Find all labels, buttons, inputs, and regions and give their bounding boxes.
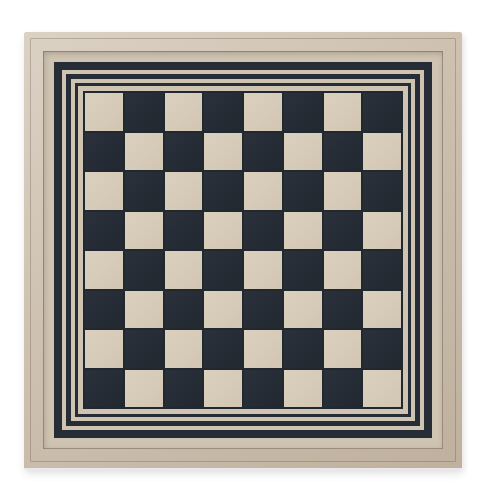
square-c6[interactable] xyxy=(165,172,203,210)
square-a2[interactable] xyxy=(85,330,123,368)
square-b4[interactable] xyxy=(125,251,163,289)
square-e3[interactable] xyxy=(244,291,282,329)
square-f3[interactable] xyxy=(284,291,322,329)
square-f5[interactable] xyxy=(284,212,322,250)
square-a3[interactable] xyxy=(85,291,123,329)
square-c3[interactable] xyxy=(165,291,203,329)
square-f4[interactable] xyxy=(284,251,322,289)
square-e7[interactable] xyxy=(244,133,282,171)
square-a1[interactable] xyxy=(85,370,123,408)
square-h6[interactable] xyxy=(363,172,401,210)
square-d5[interactable] xyxy=(204,212,242,250)
square-e1[interactable] xyxy=(244,370,282,408)
square-g4[interactable] xyxy=(324,251,362,289)
square-g1[interactable] xyxy=(324,370,362,408)
square-f1[interactable] xyxy=(284,370,322,408)
square-f2[interactable] xyxy=(284,330,322,368)
square-c5[interactable] xyxy=(165,212,203,250)
square-d7[interactable] xyxy=(204,133,242,171)
square-b7[interactable] xyxy=(125,133,163,171)
square-d1[interactable] xyxy=(204,370,242,408)
square-g2[interactable] xyxy=(324,330,362,368)
square-h5[interactable] xyxy=(363,212,401,250)
square-b6[interactable] xyxy=(125,172,163,210)
square-g5[interactable] xyxy=(324,212,362,250)
square-h8[interactable] xyxy=(363,93,401,131)
square-c4[interactable] xyxy=(165,251,203,289)
square-h1[interactable] xyxy=(363,370,401,408)
square-c2[interactable] xyxy=(165,330,203,368)
square-g7[interactable] xyxy=(324,133,362,171)
square-h3[interactable] xyxy=(363,291,401,329)
square-b5[interactable] xyxy=(125,212,163,250)
chessboard xyxy=(83,91,403,409)
square-g3[interactable] xyxy=(324,291,362,329)
square-b8[interactable] xyxy=(125,93,163,131)
wooden-frame xyxy=(24,32,462,470)
square-a6[interactable] xyxy=(85,172,123,210)
square-h7[interactable] xyxy=(363,133,401,171)
square-c1[interactable] xyxy=(165,370,203,408)
square-d8[interactable] xyxy=(204,93,242,131)
square-b2[interactable] xyxy=(125,330,163,368)
square-f6[interactable] xyxy=(284,172,322,210)
square-f7[interactable] xyxy=(284,133,322,171)
board-panel xyxy=(43,51,443,449)
square-e2[interactable] xyxy=(244,330,282,368)
square-a4[interactable] xyxy=(85,251,123,289)
square-d2[interactable] xyxy=(204,330,242,368)
square-f8[interactable] xyxy=(284,93,322,131)
square-g6[interactable] xyxy=(324,172,362,210)
square-e8[interactable] xyxy=(244,93,282,131)
square-b1[interactable] xyxy=(125,370,163,408)
square-e6[interactable] xyxy=(244,172,282,210)
photo-background xyxy=(0,0,491,500)
square-c8[interactable] xyxy=(165,93,203,131)
square-d4[interactable] xyxy=(204,251,242,289)
square-h2[interactable] xyxy=(363,330,401,368)
square-d3[interactable] xyxy=(204,291,242,329)
square-e4[interactable] xyxy=(244,251,282,289)
square-e5[interactable] xyxy=(244,212,282,250)
square-a7[interactable] xyxy=(85,133,123,171)
square-d6[interactable] xyxy=(204,172,242,210)
square-b3[interactable] xyxy=(125,291,163,329)
square-c7[interactable] xyxy=(165,133,203,171)
square-a8[interactable] xyxy=(85,93,123,131)
square-g8[interactable] xyxy=(324,93,362,131)
square-h4[interactable] xyxy=(363,251,401,289)
square-a5[interactable] xyxy=(85,212,123,250)
